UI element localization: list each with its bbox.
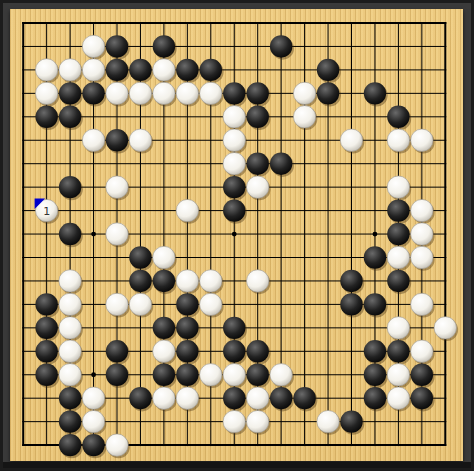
stone-white-disc: [293, 82, 315, 104]
stone-white[interactable]: [59, 364, 83, 388]
stone-black-disc: [153, 35, 175, 57]
stone-white[interactable]: [340, 129, 364, 153]
stone-black[interactable]: [59, 387, 83, 411]
stone-black[interactable]: [223, 387, 247, 411]
stone-black[interactable]: [247, 340, 271, 364]
stone-black[interactable]: [317, 59, 341, 83]
stone-white-disc: [153, 246, 175, 268]
stone-black[interactable]: [129, 387, 153, 411]
stone-black[interactable]: [270, 153, 294, 177]
stone-white[interactable]: [387, 176, 411, 200]
stone-white[interactable]: [82, 410, 106, 434]
stone-black-disc: [317, 59, 339, 81]
stone-white-disc: [247, 270, 269, 292]
stone-black[interactable]: [106, 35, 130, 59]
stone-black[interactable]: [411, 364, 435, 388]
stone-black[interactable]: [200, 59, 224, 83]
stone-black-disc: [35, 293, 57, 315]
stone-black-disc: [129, 246, 151, 268]
stone-black-disc: [176, 293, 198, 315]
stone-white-disc: [223, 153, 245, 175]
stone-black[interactable]: [387, 270, 411, 294]
stone-white-disc: [200, 293, 222, 315]
stone-white[interactable]: [387, 387, 411, 411]
stone-black[interactable]: [82, 82, 106, 106]
stone-black-disc: [35, 364, 57, 386]
stone-white-disc: [411, 129, 433, 151]
stone-white[interactable]: [59, 317, 83, 341]
stone-black[interactable]: [176, 364, 200, 388]
stone-white[interactable]: [106, 223, 130, 247]
stone-white[interactable]: [82, 129, 106, 153]
stone-black[interactable]: [35, 340, 59, 364]
stone-white[interactable]: [129, 129, 153, 153]
stone-black[interactable]: [340, 410, 364, 434]
stone-white-disc: [200, 82, 222, 104]
stone-white[interactable]: [35, 59, 59, 83]
stone-black[interactable]: [106, 129, 130, 153]
stone-white-disc: [200, 270, 222, 292]
stone-black-disc: [364, 364, 386, 386]
stone-black[interactable]: [59, 82, 83, 106]
board-frame-bottom: [0, 462, 474, 471]
stone-black-disc: [387, 199, 409, 221]
stone-white-disc: [387, 364, 409, 386]
stone-black[interactable]: [35, 106, 59, 130]
stone-white-disc: [247, 410, 269, 432]
stone-white[interactable]: [411, 129, 435, 153]
stone-black-disc: [317, 82, 339, 104]
stone-white[interactable]: [223, 364, 247, 388]
stone-white[interactable]: [153, 59, 177, 83]
stone-white[interactable]: [411, 199, 435, 223]
stone-black-disc: [387, 106, 409, 128]
stone-white-disc: [411, 340, 433, 362]
stone-white-disc: [59, 293, 81, 315]
stone-white-disc: [153, 59, 175, 81]
stone-black[interactable]: [176, 317, 200, 341]
stone-black-disc: [35, 317, 57, 339]
stone-black-disc: [364, 387, 386, 409]
stone-white[interactable]: [153, 340, 177, 364]
stone-white-disc: [82, 59, 104, 81]
stone-black-disc: [35, 340, 57, 362]
stone-black-disc: [59, 434, 81, 456]
stone-black[interactable]: [223, 176, 247, 200]
stone-black-disc: [223, 199, 245, 221]
stone-black[interactable]: [270, 387, 294, 411]
stone-white-disc: [82, 410, 104, 432]
stone-black-disc: [106, 364, 128, 386]
stone-white[interactable]: [82, 387, 106, 411]
stone-white[interactable]: [223, 106, 247, 130]
stone-white-disc: [434, 317, 456, 339]
stone-black-disc: [364, 340, 386, 362]
star-point: [91, 232, 96, 237]
stone-black-disc: [247, 106, 269, 128]
stone-black-disc: [223, 317, 245, 339]
stone-black-disc: [364, 82, 386, 104]
stone-white[interactable]: [247, 387, 271, 411]
stone-black[interactable]: [340, 293, 364, 317]
stone-white-disc: [59, 364, 81, 386]
stone-black-disc: [387, 223, 409, 245]
stone-white[interactable]: [82, 35, 106, 59]
stone-black-disc: [340, 293, 362, 315]
stone-black-disc: [247, 153, 269, 175]
stone-white-disc: [223, 364, 245, 386]
stone-black[interactable]: [223, 317, 247, 341]
stone-black-disc: [247, 364, 269, 386]
stone-white-disc: [293, 106, 315, 128]
stone-white[interactable]: [176, 199, 200, 223]
stone-white-disc: [106, 82, 128, 104]
stone-black-disc: [223, 176, 245, 198]
stone-black-disc: [106, 59, 128, 81]
stone-black[interactable]: [59, 176, 83, 200]
stone-white[interactable]: [247, 176, 271, 200]
stone-white-disc: [129, 82, 151, 104]
stone-black[interactable]: [247, 106, 271, 130]
stone-white-disc: [59, 317, 81, 339]
stone-black[interactable]: [364, 387, 388, 411]
stone-black[interactable]: [223, 199, 247, 223]
stone-white-disc: [247, 176, 269, 198]
stone-white[interactable]: [59, 340, 83, 364]
stone-black[interactable]: [106, 59, 130, 83]
stone-black[interactable]: [223, 340, 247, 364]
star-point: [91, 372, 96, 377]
stone-white[interactable]: [200, 293, 224, 317]
stone-black-disc: [340, 270, 362, 292]
stone-black-disc: [364, 293, 386, 315]
stone-white[interactable]: [129, 293, 153, 317]
stone-black[interactable]: [106, 340, 130, 364]
stone-white[interactable]: [223, 410, 247, 434]
stone-black-disc: [59, 106, 81, 128]
stone-white[interactable]: [59, 270, 83, 294]
stone-black[interactable]: [340, 270, 364, 294]
stone-black[interactable]: [129, 246, 153, 270]
stone-black-disc: [129, 59, 151, 81]
stone-white[interactable]: [293, 82, 317, 106]
go-app-window: 1: [0, 0, 474, 471]
stone-black[interactable]: [153, 364, 177, 388]
stone-white-disc: [411, 293, 433, 315]
stone-white[interactable]: [387, 246, 411, 270]
stone-white-disc: [223, 129, 245, 151]
stone-black[interactable]: [59, 223, 83, 247]
stone-black-disc: [59, 387, 81, 409]
stone-white[interactable]: [129, 82, 153, 106]
stone-black[interactable]: [364, 340, 388, 364]
stone-black-disc: [82, 82, 104, 104]
stone-black[interactable]: [153, 35, 177, 59]
stone-black[interactable]: [270, 35, 294, 59]
stone-black[interactable]: [59, 106, 83, 130]
stone-white-disc: [200, 364, 222, 386]
stone-white[interactable]: [106, 293, 130, 317]
stone-white-disc: [35, 82, 57, 104]
stone-black[interactable]: [59, 434, 83, 458]
stone-black[interactable]: [153, 317, 177, 341]
stone-white[interactable]: [106, 82, 130, 106]
stone-black-disc: [59, 82, 81, 104]
stone-black[interactable]: [35, 293, 59, 317]
stone-black-disc: [247, 82, 269, 104]
stone-white[interactable]: [247, 410, 271, 434]
stone-black[interactable]: [364, 82, 388, 106]
stone-white[interactable]: [434, 317, 458, 341]
stone-white-disc: [317, 410, 339, 432]
stone-white-disc: [223, 410, 245, 432]
stone-black[interactable]: [387, 340, 411, 364]
stone-white-disc: [270, 364, 292, 386]
stone-white[interactable]: [176, 387, 200, 411]
stones-layer: [35, 35, 458, 458]
star-point: [232, 232, 237, 237]
stone-black-disc: [176, 317, 198, 339]
stone-white-disc: [106, 176, 128, 198]
stone-white-disc: [411, 246, 433, 268]
stone-white[interactable]: [270, 364, 294, 388]
stone-black-disc: [82, 434, 104, 456]
stone-black-disc: [387, 340, 409, 362]
stone-white-disc: [411, 223, 433, 245]
stone-white-disc: [387, 246, 409, 268]
stone-black-disc: [106, 35, 128, 57]
stone-white[interactable]: [153, 387, 177, 411]
stone-white[interactable]: [200, 82, 224, 106]
stone-black-disc: [223, 82, 245, 104]
move-number-label: 1: [43, 205, 50, 218]
stone-black-disc: [270, 35, 292, 57]
stone-white[interactable]: [106, 434, 130, 458]
stone-white-disc: [387, 176, 409, 198]
stone-black[interactable]: [106, 364, 130, 388]
stone-black[interactable]: [317, 82, 341, 106]
stone-black-disc: [270, 153, 292, 175]
stone-white-disc: [176, 270, 198, 292]
stone-white-disc: [176, 387, 198, 409]
stone-white[interactable]: [387, 364, 411, 388]
stone-white[interactable]: [317, 410, 341, 434]
stone-black-disc: [411, 387, 433, 409]
stone-black[interactable]: [387, 199, 411, 223]
stone-white-disc: [106, 293, 128, 315]
stone-white[interactable]: [200, 364, 224, 388]
stone-white-disc: [387, 317, 409, 339]
stone-black-disc: [176, 364, 198, 386]
stone-white-disc: [59, 270, 81, 292]
stone-black-disc: [153, 270, 175, 292]
stone-black[interactable]: [293, 387, 317, 411]
stone-white-disc: [247, 387, 269, 409]
stone-black[interactable]: [153, 270, 177, 294]
stone-white-disc: [223, 106, 245, 128]
stone-white-disc: [106, 434, 128, 456]
stone-white[interactable]: [293, 106, 317, 130]
stone-black[interactable]: [364, 246, 388, 270]
stone-black-disc: [364, 246, 386, 268]
stone-white[interactable]: [59, 293, 83, 317]
stone-white[interactable]: [411, 340, 435, 364]
stone-white[interactable]: [176, 270, 200, 294]
stone-white-disc: [387, 387, 409, 409]
stone-black-disc: [293, 387, 315, 409]
stone-white-disc: [129, 129, 151, 151]
stone-black-disc: [223, 387, 245, 409]
stone-black[interactable]: [387, 223, 411, 247]
stone-white[interactable]: [82, 59, 106, 83]
stone-black-disc: [35, 106, 57, 128]
stone-white[interactable]: [387, 317, 411, 341]
stone-black-disc: [247, 340, 269, 362]
stone-black-disc: [176, 340, 198, 362]
stone-white[interactable]: [153, 246, 177, 270]
stone-black[interactable]: [364, 364, 388, 388]
stone-black[interactable]: [35, 317, 59, 341]
stone-black-disc: [223, 340, 245, 362]
stone-black-disc: [200, 59, 222, 81]
board-overlay: 1: [0, 0, 474, 471]
stone-white-disc: [59, 340, 81, 362]
stone-black-disc: [411, 364, 433, 386]
stone-white-disc: [82, 387, 104, 409]
stone-black[interactable]: [82, 434, 106, 458]
stone-white[interactable]: [176, 82, 200, 106]
stone-black[interactable]: [411, 387, 435, 411]
stone-black[interactable]: [35, 364, 59, 388]
stone-black-disc: [387, 270, 409, 292]
stone-black[interactable]: [129, 59, 153, 83]
stone-black-disc: [270, 387, 292, 409]
stone-white-disc: [82, 35, 104, 57]
stone-white[interactable]: [411, 293, 435, 317]
stone-black[interactable]: [223, 82, 247, 106]
stone-white-disc: [106, 223, 128, 245]
stone-black-disc: [153, 364, 175, 386]
stone-black-disc: [129, 270, 151, 292]
stone-white-disc: [387, 129, 409, 151]
stone-black-disc: [59, 176, 81, 198]
stone-black[interactable]: [176, 293, 200, 317]
stone-white-disc: [411, 199, 433, 221]
stone-white[interactable]: [223, 129, 247, 153]
stone-black[interactable]: [387, 106, 411, 130]
stone-black[interactable]: [364, 293, 388, 317]
stone-white-disc: [129, 293, 151, 315]
stone-white[interactable]: [411, 246, 435, 270]
stone-white[interactable]: [35, 82, 59, 106]
stone-white[interactable]: [153, 82, 177, 106]
stone-white-disc: [153, 340, 175, 362]
stone-white-disc: [153, 82, 175, 104]
stone-black-disc: [59, 223, 81, 245]
stone-black-disc: [106, 129, 128, 151]
stone-white-disc: [59, 59, 81, 81]
stone-white-disc: [176, 82, 198, 104]
stone-black[interactable]: [176, 340, 200, 364]
stone-white[interactable]: [247, 270, 271, 294]
stone-white-disc: [82, 129, 104, 151]
stone-black[interactable]: [59, 410, 83, 434]
stone-black[interactable]: [247, 153, 271, 177]
stone-white-disc: [35, 59, 57, 81]
stone-white-disc: [340, 129, 362, 151]
stone-white-disc: [153, 387, 175, 409]
stone-black[interactable]: [176, 59, 200, 83]
stone-white[interactable]: [223, 153, 247, 177]
stone-white-disc: [176, 199, 198, 221]
stone-black-disc: [106, 340, 128, 362]
stone-black-disc: [129, 387, 151, 409]
stone-black[interactable]: [247, 364, 271, 388]
stone-black[interactable]: [129, 270, 153, 294]
stone-white[interactable]: [106, 176, 130, 200]
stone-black-disc: [340, 410, 362, 432]
stone-white[interactable]: [411, 223, 435, 247]
stone-white[interactable]: [59, 59, 83, 83]
stone-white[interactable]: [387, 129, 411, 153]
stone-black[interactable]: [247, 82, 271, 106]
stone-white[interactable]: [200, 270, 224, 294]
stone-black-disc: [59, 410, 81, 432]
stone-black-disc: [153, 317, 175, 339]
stone-black-disc: [176, 59, 198, 81]
star-point: [373, 232, 378, 237]
